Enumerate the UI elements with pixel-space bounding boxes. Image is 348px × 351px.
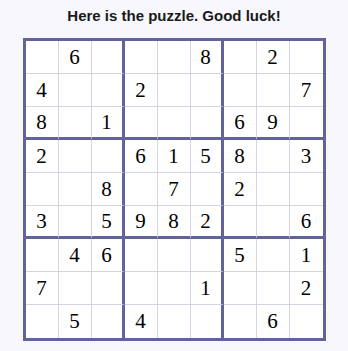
- cell-r2c9[interactable]: 7: [290, 74, 323, 107]
- cell-r2c4[interactable]: 2: [125, 74, 158, 107]
- cell-r3c7[interactable]: 6: [224, 107, 257, 140]
- cell-r9c6[interactable]: [191, 305, 224, 338]
- cell-r1c9[interactable]: [290, 41, 323, 74]
- cell-r6c5[interactable]: 8: [158, 206, 191, 239]
- sudoku-board: 68242781692615838723598264651712546: [23, 38, 326, 341]
- cell-r2c1[interactable]: 4: [26, 74, 59, 107]
- cell-r7c4[interactable]: [125, 239, 158, 272]
- cell-r1c5[interactable]: [158, 41, 191, 74]
- cell-r4c9[interactable]: 3: [290, 140, 323, 173]
- cell-r5c3[interactable]: 8: [92, 173, 125, 206]
- page-title: Here is the puzzle. Good luck!: [0, 0, 348, 25]
- cell-r3c6[interactable]: [191, 107, 224, 140]
- cell-r6c1[interactable]: 3: [26, 206, 59, 239]
- cell-r3c9[interactable]: [290, 107, 323, 140]
- cell-r5c4[interactable]: [125, 173, 158, 206]
- cell-r2c6[interactable]: [191, 74, 224, 107]
- cell-r1c2[interactable]: 6: [59, 41, 92, 74]
- cell-r1c6[interactable]: 8: [191, 41, 224, 74]
- cell-r4c1[interactable]: 2: [26, 140, 59, 173]
- cell-r7c6[interactable]: [191, 239, 224, 272]
- cell-r8c1[interactable]: 7: [26, 272, 59, 305]
- cell-r7c5[interactable]: [158, 239, 191, 272]
- cell-r2c7[interactable]: [224, 74, 257, 107]
- cell-r6c8[interactable]: [257, 206, 290, 239]
- cell-r1c8[interactable]: 2: [257, 41, 290, 74]
- cell-r4c6[interactable]: 5: [191, 140, 224, 173]
- cell-r5c2[interactable]: [59, 173, 92, 206]
- cell-r7c7[interactable]: 5: [224, 239, 257, 272]
- cell-r8c8[interactable]: [257, 272, 290, 305]
- cell-r7c9[interactable]: 1: [290, 239, 323, 272]
- cell-r7c8[interactable]: [257, 239, 290, 272]
- cell-r4c2[interactable]: [59, 140, 92, 173]
- cell-r2c2[interactable]: [59, 74, 92, 107]
- cell-r5c1[interactable]: [26, 173, 59, 206]
- cell-r8c3[interactable]: [92, 272, 125, 305]
- cell-r8c6[interactable]: 1: [191, 272, 224, 305]
- cell-r7c1[interactable]: [26, 239, 59, 272]
- cell-r9c7[interactable]: [224, 305, 257, 338]
- cell-r8c9[interactable]: 2: [290, 272, 323, 305]
- cell-r1c4[interactable]: [125, 41, 158, 74]
- cell-r8c5[interactable]: [158, 272, 191, 305]
- cell-r7c3[interactable]: 6: [92, 239, 125, 272]
- cell-r2c8[interactable]: [257, 74, 290, 107]
- cell-r8c2[interactable]: [59, 272, 92, 305]
- cell-r9c2[interactable]: 5: [59, 305, 92, 338]
- cell-r5c5[interactable]: 7: [158, 173, 191, 206]
- cell-r3c4[interactable]: [125, 107, 158, 140]
- cell-r9c5[interactable]: [158, 305, 191, 338]
- cell-r9c9[interactable]: [290, 305, 323, 338]
- cell-r3c2[interactable]: [59, 107, 92, 140]
- cell-r4c4[interactable]: 6: [125, 140, 158, 173]
- cell-r1c3[interactable]: [92, 41, 125, 74]
- cell-r4c5[interactable]: 1: [158, 140, 191, 173]
- cell-r1c1[interactable]: [26, 41, 59, 74]
- cell-r3c3[interactable]: 1: [92, 107, 125, 140]
- cell-r8c4[interactable]: [125, 272, 158, 305]
- cell-r9c3[interactable]: [92, 305, 125, 338]
- cell-r5c9[interactable]: [290, 173, 323, 206]
- cell-r6c9[interactable]: 6: [290, 206, 323, 239]
- cell-r4c8[interactable]: [257, 140, 290, 173]
- cell-r8c7[interactable]: [224, 272, 257, 305]
- cell-r5c6[interactable]: [191, 173, 224, 206]
- cell-r6c4[interactable]: 9: [125, 206, 158, 239]
- cell-r7c2[interactable]: 4: [59, 239, 92, 272]
- cell-r6c6[interactable]: 2: [191, 206, 224, 239]
- cell-r6c7[interactable]: [224, 206, 257, 239]
- cell-r1c7[interactable]: [224, 41, 257, 74]
- cell-r2c5[interactable]: [158, 74, 191, 107]
- cell-r4c7[interactable]: 8: [224, 140, 257, 173]
- cell-r9c8[interactable]: 6: [257, 305, 290, 338]
- cell-r5c8[interactable]: [257, 173, 290, 206]
- cell-r9c4[interactable]: 4: [125, 305, 158, 338]
- cell-r4c3[interactable]: [92, 140, 125, 173]
- cell-r3c1[interactable]: 8: [26, 107, 59, 140]
- cell-r6c2[interactable]: [59, 206, 92, 239]
- cell-r5c7[interactable]: 2: [224, 173, 257, 206]
- cell-r9c1[interactable]: [26, 305, 59, 338]
- cell-r2c3[interactable]: [92, 74, 125, 107]
- cell-r6c3[interactable]: 5: [92, 206, 125, 239]
- cell-r3c5[interactable]: [158, 107, 191, 140]
- cell-r3c8[interactable]: 9: [257, 107, 290, 140]
